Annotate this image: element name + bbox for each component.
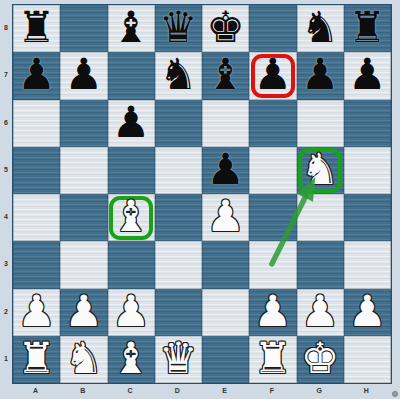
file-label-d: D [154,384,201,397]
square-d7[interactable]: ♞ [155,52,202,99]
rank-label-5: 5 [0,146,12,193]
square-h8[interactable]: ♜ [344,5,391,52]
piece-white-pawn-b2[interactable]: ♟ [65,290,104,333]
piece-white-king-g1[interactable]: ♚ [301,337,340,380]
square-f3[interactable] [249,241,296,288]
file-label-a: A [12,384,59,397]
square-a5[interactable] [13,147,60,194]
square-g2[interactable]: ♟ [297,289,344,336]
piece-black-pawn-f7[interactable]: ♟ [254,53,293,96]
rank-label-8: 8 [0,4,12,51]
square-g7[interactable]: ♟ [297,52,344,99]
square-f1[interactable]: ♜ [249,336,296,383]
square-a7[interactable]: ♟ [13,52,60,99]
square-g5[interactable]: ♞ [297,147,344,194]
file-label-b: B [59,384,106,397]
piece-black-pawn-a7[interactable]: ♟ [17,53,56,96]
square-e3[interactable] [202,241,249,288]
chess-board: ♜♝♛♚♞♜♟♟♞♝♟♟♟♟♟♞♝♟♟♟♟♟♟♟♜♞♝♛♜♚ [12,4,392,384]
piece-black-pawn-c6[interactable]: ♟ [112,101,151,144]
square-e5[interactable]: ♟ [202,147,249,194]
square-b7[interactable]: ♟ [60,52,107,99]
piece-white-bishop-c1[interactable]: ♝ [112,337,151,380]
square-g3[interactable] [297,241,344,288]
square-b8[interactable] [60,5,107,52]
square-f6[interactable] [249,100,296,147]
piece-white-pawn-e4[interactable]: ♟ [206,195,245,238]
rank-label-7: 7 [0,51,12,98]
piece-white-knight-b1[interactable]: ♞ [65,337,104,380]
piece-white-pawn-f2[interactable]: ♟ [254,290,293,333]
piece-black-knight-g8[interactable]: ♞ [301,6,340,49]
piece-white-pawn-c2[interactable]: ♟ [112,290,151,333]
square-d6[interactable] [155,100,202,147]
square-d1[interactable]: ♛ [155,336,202,383]
square-g1[interactable]: ♚ [297,336,344,383]
square-d8[interactable]: ♛ [155,5,202,52]
piece-black-rook-a8[interactable]: ♜ [17,6,56,49]
rank-label-6: 6 [0,99,12,146]
square-c6[interactable]: ♟ [108,100,155,147]
square-h7[interactable]: ♟ [344,52,391,99]
piece-black-rook-h8[interactable]: ♜ [348,6,387,49]
square-h1[interactable] [344,336,391,383]
piece-black-queen-d8[interactable]: ♛ [159,6,198,49]
square-g4[interactable] [297,194,344,241]
rank-label-4: 4 [0,193,12,240]
square-a8[interactable]: ♜ [13,5,60,52]
square-b1[interactable]: ♞ [60,336,107,383]
piece-black-bishop-c8[interactable]: ♝ [112,6,151,49]
square-h2[interactable]: ♟ [344,289,391,336]
square-c3[interactable] [108,241,155,288]
piece-black-knight-d7[interactable]: ♞ [159,53,198,96]
piece-white-pawn-h2[interactable]: ♟ [348,290,387,333]
piece-black-pawn-h7[interactable]: ♟ [348,53,387,96]
piece-white-bishop-c4[interactable]: ♝ [112,195,151,238]
piece-white-pawn-g2[interactable]: ♟ [301,290,340,333]
rank-label-1: 1 [0,335,12,382]
square-e6[interactable] [202,100,249,147]
file-label-e: E [201,384,248,397]
square-e7[interactable]: ♝ [202,52,249,99]
square-f2[interactable]: ♟ [249,289,296,336]
rank-labels: 87654321 [0,4,12,382]
square-c1[interactable]: ♝ [108,336,155,383]
square-b5[interactable] [60,147,107,194]
square-h6[interactable] [344,100,391,147]
piece-black-pawn-e5[interactable]: ♟ [206,148,245,191]
square-h5[interactable] [344,147,391,194]
square-e4[interactable]: ♟ [202,194,249,241]
square-a6[interactable] [13,100,60,147]
piece-black-bishop-e7[interactable]: ♝ [206,53,245,96]
file-label-c: C [107,384,154,397]
square-b6[interactable] [60,100,107,147]
resize-corner-dot [392,391,398,397]
square-c2[interactable]: ♟ [108,289,155,336]
piece-white-knight-g5[interactable]: ♞ [301,148,340,191]
square-g6[interactable] [297,100,344,147]
piece-white-queen-d1[interactable]: ♛ [159,337,198,380]
piece-black-pawn-b7[interactable]: ♟ [65,53,104,96]
square-a2[interactable]: ♟ [13,289,60,336]
rank-label-3: 3 [0,240,12,287]
piece-white-rook-a1[interactable]: ♜ [17,337,56,380]
piece-black-pawn-g7[interactable]: ♟ [301,53,340,96]
piece-black-king-e8[interactable]: ♚ [206,6,245,49]
square-a4[interactable] [13,194,60,241]
square-c8[interactable]: ♝ [108,5,155,52]
square-c4[interactable]: ♝ [108,194,155,241]
square-f7[interactable]: ♟ [249,52,296,99]
square-f8[interactable] [249,5,296,52]
file-label-g: G [296,384,343,397]
square-e8[interactable]: ♚ [202,5,249,52]
square-f4[interactable] [249,194,296,241]
square-b3[interactable] [60,241,107,288]
square-a3[interactable] [13,241,60,288]
square-e2[interactable] [202,289,249,336]
square-b4[interactable] [60,194,107,241]
square-d4[interactable] [155,194,202,241]
square-c7[interactable] [108,52,155,99]
piece-white-rook-f1[interactable]: ♜ [254,337,293,380]
file-label-h: H [343,384,390,397]
square-d3[interactable] [155,241,202,288]
square-f5[interactable] [249,147,296,194]
square-e1[interactable] [202,336,249,383]
rank-label-2: 2 [0,288,12,335]
piece-white-pawn-a2[interactable]: ♟ [17,290,56,333]
file-label-f: F [248,384,295,397]
square-d2[interactable] [155,289,202,336]
square-c5[interactable] [108,147,155,194]
square-h3[interactable] [344,241,391,288]
square-d5[interactable] [155,147,202,194]
square-a1[interactable]: ♜ [13,336,60,383]
square-h4[interactable] [344,194,391,241]
square-g8[interactable]: ♞ [297,5,344,52]
square-b2[interactable]: ♟ [60,289,107,336]
file-labels: ABCDEFGH [12,384,390,397]
